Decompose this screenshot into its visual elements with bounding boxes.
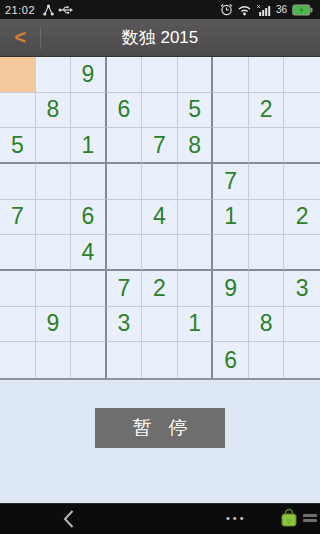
sudoku-cell-r9c5[interactable] bbox=[142, 342, 178, 378]
sudoku-cell-r2c5[interactable] bbox=[142, 93, 178, 129]
sudoku-cell-r1c7[interactable] bbox=[213, 57, 249, 93]
promo-text-lines bbox=[303, 514, 317, 522]
sudoku-cell-r5c3[interactable]: 6 bbox=[71, 200, 107, 236]
sudoku-cell-r1c8[interactable] bbox=[249, 57, 285, 93]
sudoku-cell-r6c8[interactable] bbox=[249, 235, 285, 271]
sudoku-cell-r3c9[interactable] bbox=[284, 128, 320, 164]
sudoku-cell-r3c7[interactable] bbox=[213, 128, 249, 164]
sudoku-cell-r3c4[interactable] bbox=[107, 128, 143, 164]
sudoku-cell-r4c6[interactable] bbox=[178, 164, 214, 200]
sudoku-cell-r8c4[interactable]: 3 bbox=[107, 307, 143, 343]
sudoku-cell-r6c5[interactable] bbox=[142, 235, 178, 271]
sudoku-cell-r2c3[interactable] bbox=[71, 93, 107, 129]
alarm-clock-icon bbox=[220, 3, 233, 16]
sudoku-cell-r4c4[interactable] bbox=[107, 164, 143, 200]
sudoku-cell-r9c1[interactable] bbox=[0, 342, 36, 378]
sudoku-cell-r4c1[interactable] bbox=[0, 164, 36, 200]
sudoku-cell-r6c6[interactable] bbox=[178, 235, 214, 271]
pause-button[interactable]: 暂停 bbox=[95, 408, 225, 448]
battery-percent: 36 bbox=[276, 4, 287, 15]
status-bar: 21:02 bbox=[0, 0, 320, 19]
sudoku-cell-r4c8[interactable] bbox=[249, 164, 285, 200]
sudoku-board[interactable]: 9865251787764124729393186 bbox=[0, 57, 320, 380]
sudoku-cell-r5c4[interactable] bbox=[107, 200, 143, 236]
signal-strength-icon bbox=[256, 3, 271, 16]
sudoku-cell-r4c9[interactable] bbox=[284, 164, 320, 200]
sudoku-cell-r4c7[interactable]: 7 bbox=[213, 164, 249, 200]
sudoku-cell-r8c1[interactable] bbox=[0, 307, 36, 343]
back-button[interactable]: < bbox=[0, 19, 40, 56]
sudoku-cell-r3c2[interactable] bbox=[36, 128, 72, 164]
sudoku-cell-r2c1[interactable] bbox=[0, 93, 36, 129]
sudoku-cell-r7c9[interactable]: 3 bbox=[284, 271, 320, 307]
titlebar-divider bbox=[40, 27, 41, 49]
sudoku-cell-r7c4[interactable]: 7 bbox=[107, 271, 143, 307]
status-clock: 21:02 bbox=[5, 4, 35, 16]
sudoku-cell-r3c6[interactable]: 8 bbox=[178, 128, 214, 164]
sudoku-cell-r9c8[interactable] bbox=[249, 342, 285, 378]
sudoku-cell-r7c3[interactable] bbox=[71, 271, 107, 307]
sudoku-cell-r8c8[interactable]: 8 bbox=[249, 307, 285, 343]
sudoku-cell-r1c6[interactable] bbox=[178, 57, 214, 93]
sudoku-cell-r3c8[interactable] bbox=[249, 128, 285, 164]
sudoku-cell-r7c5[interactable]: 2 bbox=[142, 271, 178, 307]
sudoku-cell-r3c3[interactable]: 1 bbox=[71, 128, 107, 164]
sudoku-cell-r9c3[interactable] bbox=[71, 342, 107, 378]
sudoku-cell-r3c1[interactable]: 5 bbox=[0, 128, 36, 164]
sudoku-cell-r2c9[interactable] bbox=[284, 93, 320, 129]
sudoku-cell-r6c1[interactable] bbox=[0, 235, 36, 271]
sudoku-cell-r7c2[interactable] bbox=[36, 271, 72, 307]
sudoku-cell-r8c9[interactable] bbox=[284, 307, 320, 343]
wifi-icon bbox=[237, 4, 252, 16]
sudoku-cell-r6c2[interactable] bbox=[36, 235, 72, 271]
sudoku-cell-r9c6[interactable] bbox=[178, 342, 214, 378]
bottom-nav-bar: ••• bbox=[0, 503, 320, 534]
sudoku-cell-r9c2[interactable] bbox=[36, 342, 72, 378]
sudoku-cell-r1c2[interactable] bbox=[36, 57, 72, 93]
sudoku-cell-r8c7[interactable] bbox=[213, 307, 249, 343]
battery-icon bbox=[292, 4, 313, 16]
sudoku-cell-r7c7[interactable]: 9 bbox=[213, 271, 249, 307]
sudoku-cell-r4c5[interactable] bbox=[142, 164, 178, 200]
sudoku-cell-r2c7[interactable] bbox=[213, 93, 249, 129]
usb-icon bbox=[58, 4, 73, 16]
sudoku-cell-r1c3[interactable]: 9 bbox=[71, 57, 107, 93]
sudoku-cell-r8c3[interactable] bbox=[71, 307, 107, 343]
sudoku-cell-r1c5[interactable] bbox=[142, 57, 178, 93]
sudoku-cell-r6c4[interactable] bbox=[107, 235, 143, 271]
sudoku-cell-r5c6[interactable] bbox=[178, 200, 214, 236]
sudoku-cell-r5c9[interactable]: 2 bbox=[284, 200, 320, 236]
pause-area: 暂停 bbox=[0, 380, 320, 505]
sudoku-cell-r6c7[interactable] bbox=[213, 235, 249, 271]
nav-back-icon[interactable] bbox=[62, 509, 75, 533]
sudoku-cell-r1c4[interactable] bbox=[107, 57, 143, 93]
sudoku-cell-r5c7[interactable]: 1 bbox=[213, 200, 249, 236]
sudoku-cell-r9c9[interactable] bbox=[284, 342, 320, 378]
share-icon bbox=[43, 4, 54, 16]
sudoku-cell-r2c8[interactable]: 2 bbox=[249, 93, 285, 129]
page-title: 数独 2015 bbox=[0, 26, 320, 49]
sudoku-cell-r5c5[interactable]: 4 bbox=[142, 200, 178, 236]
sudoku-cell-r1c1[interactable] bbox=[0, 57, 36, 93]
sudoku-cell-r5c8[interactable] bbox=[249, 200, 285, 236]
sudoku-cell-r9c7[interactable]: 6 bbox=[213, 342, 249, 378]
menu-icon[interactable]: ••• bbox=[226, 512, 247, 524]
sudoku-cell-r1c9[interactable] bbox=[284, 57, 320, 93]
sudoku-cell-r5c2[interactable] bbox=[36, 200, 72, 236]
sudoku-cell-r4c3[interactable] bbox=[71, 164, 107, 200]
sudoku-cell-r2c4[interactable]: 6 bbox=[107, 93, 143, 129]
sudoku-cell-r3c5[interactable]: 7 bbox=[142, 128, 178, 164]
sudoku-cell-r2c2[interactable]: 8 bbox=[36, 93, 72, 129]
sudoku-cell-r8c2[interactable]: 9 bbox=[36, 307, 72, 343]
sudoku-cell-r7c8[interactable] bbox=[249, 271, 285, 307]
sudoku-cell-r8c6[interactable]: 1 bbox=[178, 307, 214, 343]
sudoku-cell-r8c5[interactable] bbox=[142, 307, 178, 343]
title-bar: < 数独 2015 bbox=[0, 19, 320, 57]
sudoku-cell-r6c9[interactable] bbox=[284, 235, 320, 271]
app-promo-icon[interactable] bbox=[279, 507, 317, 529]
sudoku-cell-r6c3[interactable]: 4 bbox=[71, 235, 107, 271]
sudoku-cell-r9c4[interactable] bbox=[107, 342, 143, 378]
sudoku-cell-r2c6[interactable]: 5 bbox=[178, 93, 214, 129]
sudoku-cell-r7c1[interactable] bbox=[0, 271, 36, 307]
sudoku-cell-r7c6[interactable] bbox=[178, 271, 214, 307]
sudoku-cell-r5c1[interactable]: 7 bbox=[0, 200, 36, 236]
sudoku-cell-r4c2[interactable] bbox=[36, 164, 72, 200]
phone-screen: 21:02 bbox=[0, 0, 320, 534]
